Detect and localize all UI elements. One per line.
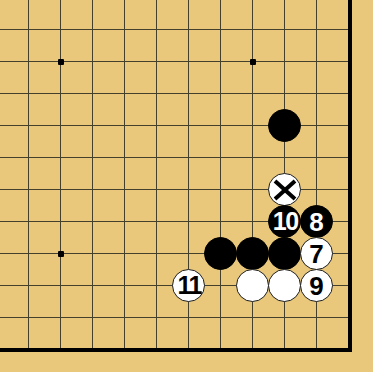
- stone-black-S5: 8: [300, 205, 333, 238]
- stone-black-Q4: [236, 237, 269, 270]
- stone-white-Q3: [236, 269, 269, 302]
- move-number-label: 7: [309, 240, 323, 266]
- stone-white-O3: 11: [172, 269, 205, 302]
- move-number-label: 8: [309, 208, 323, 234]
- stone-black-P4: [204, 237, 237, 270]
- stone-black-R4: [268, 237, 301, 270]
- go-board: 1087119: [0, 0, 373, 372]
- stones-layer: 1087119: [13, 14, 365, 366]
- stone-white-R3: [268, 269, 301, 302]
- stone-black-R8: [268, 109, 301, 142]
- stone-white-R6: [268, 173, 301, 206]
- move-number-label: 9: [309, 272, 323, 298]
- move-number-label: 11: [178, 273, 201, 298]
- stone-white-S4: 7: [300, 237, 333, 270]
- move-number-label: 10: [273, 209, 298, 234]
- stone-white-S3: 9: [300, 269, 333, 302]
- stone-black-R5: 10: [268, 205, 301, 238]
- x-mark-icon: [273, 179, 297, 201]
